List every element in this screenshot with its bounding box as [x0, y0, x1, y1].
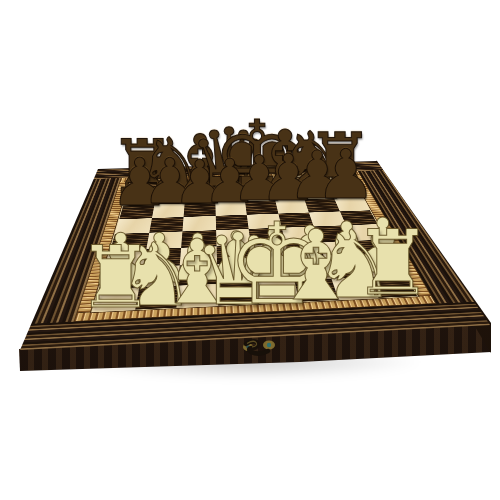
- clasp-graphic: [238, 334, 282, 364]
- piece-white-rook-h1[interactable]: ♜: [353, 219, 433, 309]
- pieces-layer: ♜♞♝♛♚♝♞♜♟♟♟♟♟♟♟♟♟♟♟♟♟♟♟♟♜♞♝♛♚♝♞♜: [0, 0, 500, 500]
- brass-clasp-icon[interactable]: [238, 334, 282, 364]
- chess-set-photo: ♜♞♝♛♚♝♞♜♟♟♟♟♟♟♟♟♟♟♟♟♟♟♟♟♜♞♝♛♚♝♞♜: [0, 0, 500, 500]
